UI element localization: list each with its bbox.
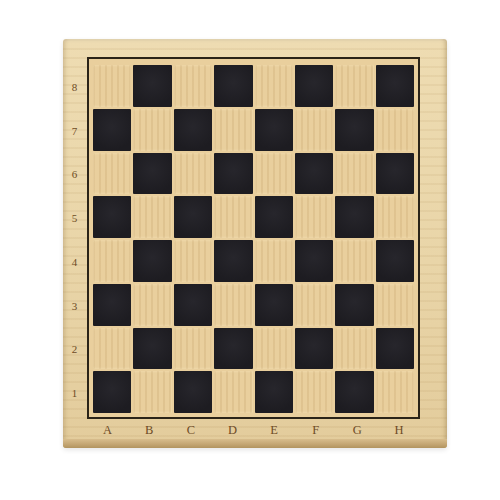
square-c5[interactable]	[174, 196, 212, 238]
square-h8[interactable]	[376, 65, 414, 107]
square-c8[interactable]	[174, 65, 212, 107]
square-e3[interactable]	[255, 284, 293, 326]
square-d3[interactable]	[214, 284, 252, 326]
file-label-h: H	[378, 419, 420, 441]
square-b4[interactable]	[133, 240, 171, 282]
rank-label-4: 4	[64, 240, 85, 284]
square-g4[interactable]	[335, 240, 373, 282]
square-h4[interactable]	[376, 240, 414, 282]
square-a7[interactable]	[93, 109, 131, 151]
file-label-e: E	[254, 419, 296, 441]
square-c7[interactable]	[174, 109, 212, 151]
file-label-a: A	[87, 419, 129, 441]
square-d1[interactable]	[214, 371, 252, 413]
square-h5[interactable]	[376, 196, 414, 238]
square-c4[interactable]	[174, 240, 212, 282]
square-d2[interactable]	[214, 328, 252, 370]
board-playing-area	[87, 57, 420, 419]
square-b5[interactable]	[133, 196, 171, 238]
square-h6[interactable]	[376, 153, 414, 195]
file-label-c: C	[170, 419, 212, 441]
square-f6[interactable]	[295, 153, 333, 195]
square-a1[interactable]	[93, 371, 131, 413]
product-photo-canvas: 87654321 ABCDEFGH	[0, 0, 500, 500]
rank-label-8: 8	[64, 65, 85, 109]
square-h7[interactable]	[376, 109, 414, 151]
square-b6[interactable]	[133, 153, 171, 195]
file-label-g: G	[337, 419, 379, 441]
square-d5[interactable]	[214, 196, 252, 238]
square-c6[interactable]	[174, 153, 212, 195]
square-d8[interactable]	[214, 65, 252, 107]
square-g2[interactable]	[335, 328, 373, 370]
square-g7[interactable]	[335, 109, 373, 151]
file-label-b: B	[129, 419, 171, 441]
rank-label-5: 5	[64, 196, 85, 240]
square-f5[interactable]	[295, 196, 333, 238]
square-g8[interactable]	[335, 65, 373, 107]
file-label-d: D	[212, 419, 254, 441]
square-c3[interactable]	[174, 284, 212, 326]
square-a2[interactable]	[93, 328, 131, 370]
square-b3[interactable]	[133, 284, 171, 326]
square-e6[interactable]	[255, 153, 293, 195]
square-f1[interactable]	[295, 371, 333, 413]
square-b2[interactable]	[133, 328, 171, 370]
square-b8[interactable]	[133, 65, 171, 107]
square-d4[interactable]	[214, 240, 252, 282]
square-a8[interactable]	[93, 65, 131, 107]
rank-labels: 87654321	[64, 65, 85, 415]
square-f4[interactable]	[295, 240, 333, 282]
square-g3[interactable]	[335, 284, 373, 326]
square-d6[interactable]	[214, 153, 252, 195]
square-a4[interactable]	[93, 240, 131, 282]
square-e2[interactable]	[255, 328, 293, 370]
square-g6[interactable]	[335, 153, 373, 195]
square-e4[interactable]	[255, 240, 293, 282]
square-h2[interactable]	[376, 328, 414, 370]
file-label-f: F	[295, 419, 337, 441]
chess-board: 87654321 ABCDEFGH	[63, 39, 447, 448]
rank-label-3: 3	[64, 284, 85, 328]
rank-label-6: 6	[64, 153, 85, 197]
square-f2[interactable]	[295, 328, 333, 370]
board-grid	[93, 65, 414, 413]
square-f7[interactable]	[295, 109, 333, 151]
square-e1[interactable]	[255, 371, 293, 413]
square-a6[interactable]	[93, 153, 131, 195]
square-c1[interactable]	[174, 371, 212, 413]
rank-label-7: 7	[64, 109, 85, 153]
square-e5[interactable]	[255, 196, 293, 238]
rank-label-1: 1	[64, 371, 85, 415]
square-e7[interactable]	[255, 109, 293, 151]
square-c2[interactable]	[174, 328, 212, 370]
square-b7[interactable]	[133, 109, 171, 151]
square-e8[interactable]	[255, 65, 293, 107]
file-labels: ABCDEFGH	[87, 419, 420, 441]
square-b1[interactable]	[133, 371, 171, 413]
square-h3[interactable]	[376, 284, 414, 326]
rank-label-2: 2	[64, 328, 85, 372]
square-a5[interactable]	[93, 196, 131, 238]
square-d7[interactable]	[214, 109, 252, 151]
square-h1[interactable]	[376, 371, 414, 413]
square-g1[interactable]	[335, 371, 373, 413]
square-a3[interactable]	[93, 284, 131, 326]
square-g5[interactable]	[335, 196, 373, 238]
square-f3[interactable]	[295, 284, 333, 326]
square-f8[interactable]	[295, 65, 333, 107]
board-bottom-edge	[63, 439, 447, 448]
